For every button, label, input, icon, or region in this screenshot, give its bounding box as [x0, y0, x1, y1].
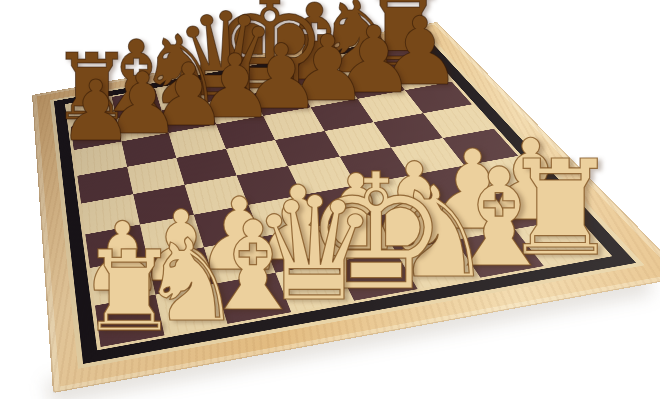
- chess-board: [32, 22, 660, 393]
- chess-set-photo: ♜♝♞♛♚♝♞♜♟♟♟♟♟♟♟♟♟♟♟♟♟♟♟♟♜♞♝♛♚♞♝♜: [0, 0, 660, 399]
